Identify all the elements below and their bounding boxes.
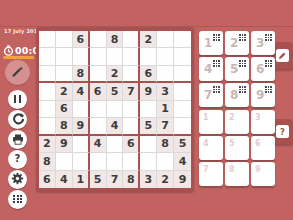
cell-r1c7[interactable]: 2 — [140, 31, 157, 48]
restart-arrow-icon — [12, 110, 24, 129]
cell-r3c6[interactable] — [123, 66, 140, 83]
cell-r3c4[interactable] — [90, 66, 107, 83]
cell-r1c3[interactable]: 6 — [73, 31, 90, 48]
cell-r1c1[interactable] — [39, 31, 56, 48]
cell-r1c2[interactable] — [56, 31, 73, 48]
pause-icon — [14, 95, 21, 103]
notes-pad-button-7[interactable]: 7 — [199, 83, 223, 107]
cell-r6c6[interactable] — [123, 118, 140, 135]
cell-r3c9[interactable] — [174, 66, 191, 83]
notes-pad-number: 1 — [204, 36, 212, 50]
cell-r8c7[interactable] — [140, 153, 157, 170]
mini-grid-icon — [213, 60, 220, 67]
number-pad-number: 3 — [255, 113, 261, 122]
number-pad-number: 7 — [203, 165, 209, 174]
cell-r1c5[interactable]: 8 — [107, 31, 124, 48]
notes-pad-number: 8 — [230, 88, 238, 102]
cell-r4c9[interactable] — [174, 83, 191, 100]
menu-button[interactable] — [8, 190, 27, 209]
cell-r4c1[interactable] — [39, 83, 56, 100]
cell-r5c6[interactable] — [123, 101, 140, 118]
notes-pad-number: 6 — [256, 62, 264, 76]
mini-grid-icon — [239, 60, 246, 67]
cell-r9c5[interactable]: 7 — [107, 171, 124, 188]
cell-r5c7[interactable] — [140, 101, 157, 118]
sudoku-app: 17 July 2018 00:00 ? 6828262465793618945… — [0, 0, 293, 220]
cell-r6c1[interactable] — [39, 118, 56, 135]
cell-r6c5[interactable]: 4 — [107, 118, 124, 135]
number-pad-button-7[interactable]: 7 — [199, 162, 223, 186]
cell-r5c8[interactable]: 1 — [157, 101, 174, 118]
cell-r1c9[interactable] — [174, 31, 191, 48]
cell-r7c5[interactable] — [107, 136, 124, 153]
mini-grid-icon — [265, 86, 272, 93]
cell-r1c4[interactable] — [90, 31, 107, 48]
notes-pad-button-3[interactable]: 3 — [251, 31, 275, 55]
notes-pad-number: 3 — [256, 36, 264, 50]
notes-pad-number: 7 — [204, 88, 212, 102]
cell-r4c7[interactable]: 9 — [140, 83, 157, 100]
cell-r3c1[interactable] — [39, 66, 56, 83]
pencil-icon — [276, 49, 289, 62]
cell-r5c9[interactable] — [174, 101, 191, 118]
cell-r4c3[interactable]: 4 — [73, 83, 90, 100]
cell-r8c9[interactable]: 4 — [174, 153, 191, 170]
notes-pad-number: 9 — [256, 88, 264, 102]
settings-button[interactable] — [8, 170, 27, 189]
cell-r6c2[interactable]: 8 — [56, 118, 73, 135]
cell-r4c2[interactable]: 2 — [56, 83, 73, 100]
number-pad-button-4[interactable]: 4 — [199, 136, 223, 160]
hint-button[interactable] — [5, 60, 30, 85]
cell-r1c6[interactable] — [123, 31, 140, 48]
notes-pad: 123456789 — [199, 31, 275, 107]
help-tab-icon: ? — [276, 125, 289, 138]
cell-r4c4[interactable]: 6 — [90, 83, 107, 100]
printer-icon — [12, 130, 24, 149]
cell-r2c1[interactable] — [39, 48, 56, 65]
magic-wand-icon — [11, 63, 24, 82]
cell-r9c4[interactable]: 5 — [90, 171, 107, 188]
number-pad-button-3[interactable]: 3 — [251, 110, 275, 134]
notes-pad-button-9[interactable]: 9 — [251, 83, 275, 107]
notes-pad-number: 4 — [204, 62, 212, 76]
mini-grid-icon — [239, 86, 246, 93]
cell-r3c5[interactable]: 2 — [107, 66, 124, 83]
cell-r9c9[interactable]: 9 — [174, 171, 191, 188]
notes-pad-button-1[interactable]: 1 — [199, 31, 223, 55]
number-pad-number: 9 — [255, 165, 261, 174]
cell-r2c7[interactable] — [140, 48, 157, 65]
number-pad-number: 6 — [255, 139, 261, 148]
notes-pad-button-5[interactable]: 5 — [225, 57, 249, 81]
cell-r2c2[interactable] — [56, 48, 73, 65]
notes-pad-button-8[interactable]: 8 — [225, 83, 249, 107]
cell-r9c8[interactable]: 2 — [157, 171, 174, 188]
number-pad-button-5[interactable]: 5 — [225, 136, 249, 160]
cell-r6c3[interactable]: 9 — [73, 118, 90, 135]
mini-grid-icon — [213, 86, 220, 93]
notes-pad-number: 2 — [230, 36, 238, 50]
number-pad-number: 5 — [229, 139, 235, 148]
cell-r4c6[interactable]: 7 — [123, 83, 140, 100]
print-button[interactable] — [8, 130, 27, 149]
restart-button[interactable] — [8, 110, 27, 129]
cell-r9c6[interactable]: 8 — [123, 171, 140, 188]
cell-r8c6[interactable] — [123, 153, 140, 170]
cell-r8c5[interactable] — [107, 153, 124, 170]
pause-button[interactable] — [8, 90, 27, 109]
number-pad-button-2[interactable]: 2 — [225, 110, 249, 134]
cell-r8c3[interactable] — [73, 153, 90, 170]
cell-r4c8[interactable]: 3 — [157, 83, 174, 100]
help-tab[interactable]: ? — [272, 119, 293, 144]
cell-r2c3[interactable] — [73, 48, 90, 65]
cell-r3c3[interactable]: 8 — [73, 66, 90, 83]
cell-r6c8[interactable]: 7 — [157, 118, 174, 135]
cell-r9c3[interactable]: 1 — [73, 171, 90, 188]
notes-tab[interactable] — [272, 42, 293, 69]
cell-r7c1[interactable]: 2 — [39, 136, 56, 153]
grid-menu-icon — [13, 195, 21, 203]
cell-r2c5[interactable] — [107, 48, 124, 65]
cell-r4c5[interactable]: 5 — [107, 83, 124, 100]
number-pad-number: 4 — [203, 139, 209, 148]
cell-r7c3[interactable] — [73, 136, 90, 153]
number-pad-number: 1 — [203, 113, 209, 122]
cell-r7c6[interactable]: 6 — [123, 136, 140, 153]
question-icon: ? — [15, 154, 21, 164]
cell-r5c3[interactable] — [73, 101, 90, 118]
mini-grid-icon — [239, 34, 246, 41]
notes-pad-button-4[interactable]: 4 — [199, 57, 223, 81]
timer-progress-bar — [3, 56, 34, 59]
notes-pad-button-6[interactable]: 6 — [251, 57, 275, 81]
cell-r5c5[interactable] — [107, 101, 124, 118]
mini-grid-icon — [265, 34, 272, 41]
cell-r2c9[interactable] — [174, 48, 191, 65]
help-button[interactable]: ? — [8, 150, 27, 169]
cell-r9c7[interactable]: 3 — [140, 171, 157, 188]
cell-r6c4[interactable] — [90, 118, 107, 135]
gear-icon — [11, 170, 24, 189]
number-pad-button-9[interactable]: 9 — [251, 162, 275, 186]
number-pad-number: 2 — [229, 113, 235, 122]
sudoku-board: 6828262465793618945729468584641578329 — [36, 27, 194, 191]
cell-r8c4[interactable] — [90, 153, 107, 170]
number-pad-number: 8 — [229, 165, 235, 174]
cell-r5c2[interactable]: 6 — [56, 101, 73, 118]
cell-r8c2[interactable] — [56, 153, 73, 170]
cell-r2c6[interactable] — [123, 48, 140, 65]
cell-r7c4[interactable]: 4 — [90, 136, 107, 153]
mini-grid-icon — [265, 60, 272, 67]
cell-r2c8[interactable] — [157, 48, 174, 65]
number-pad: 123456789 — [199, 110, 275, 186]
cell-r5c4[interactable] — [90, 101, 107, 118]
number-pad-button-1[interactable]: 1 — [199, 110, 223, 134]
cell-r9c2[interactable]: 4 — [56, 171, 73, 188]
number-pad-button-6[interactable]: 6 — [251, 136, 275, 160]
cell-r3c7[interactable]: 6 — [140, 66, 157, 83]
cell-r3c8[interactable] — [157, 66, 174, 83]
cell-r7c8[interactable]: 8 — [157, 136, 174, 153]
notes-pad-number: 5 — [230, 62, 238, 76]
cell-r9c1[interactable]: 6 — [39, 171, 56, 188]
cell-r7c7[interactable] — [140, 136, 157, 153]
number-pad-button-8[interactable]: 8 — [225, 162, 249, 186]
cell-r7c9[interactable]: 5 — [174, 136, 191, 153]
cell-r5c1[interactable] — [39, 101, 56, 118]
cell-r8c1[interactable]: 8 — [39, 153, 56, 170]
cell-r6c9[interactable] — [174, 118, 191, 135]
cell-r3c2[interactable] — [56, 66, 73, 83]
cell-r6c7[interactable]: 5 — [140, 118, 157, 135]
notes-pad-button-2[interactable]: 2 — [225, 31, 249, 55]
cell-r2c4[interactable] — [90, 48, 107, 65]
cell-r8c8[interactable] — [157, 153, 174, 170]
cell-r7c2[interactable]: 9 — [56, 136, 73, 153]
mini-grid-icon — [213, 34, 220, 41]
cell-r1c8[interactable] — [157, 31, 174, 48]
